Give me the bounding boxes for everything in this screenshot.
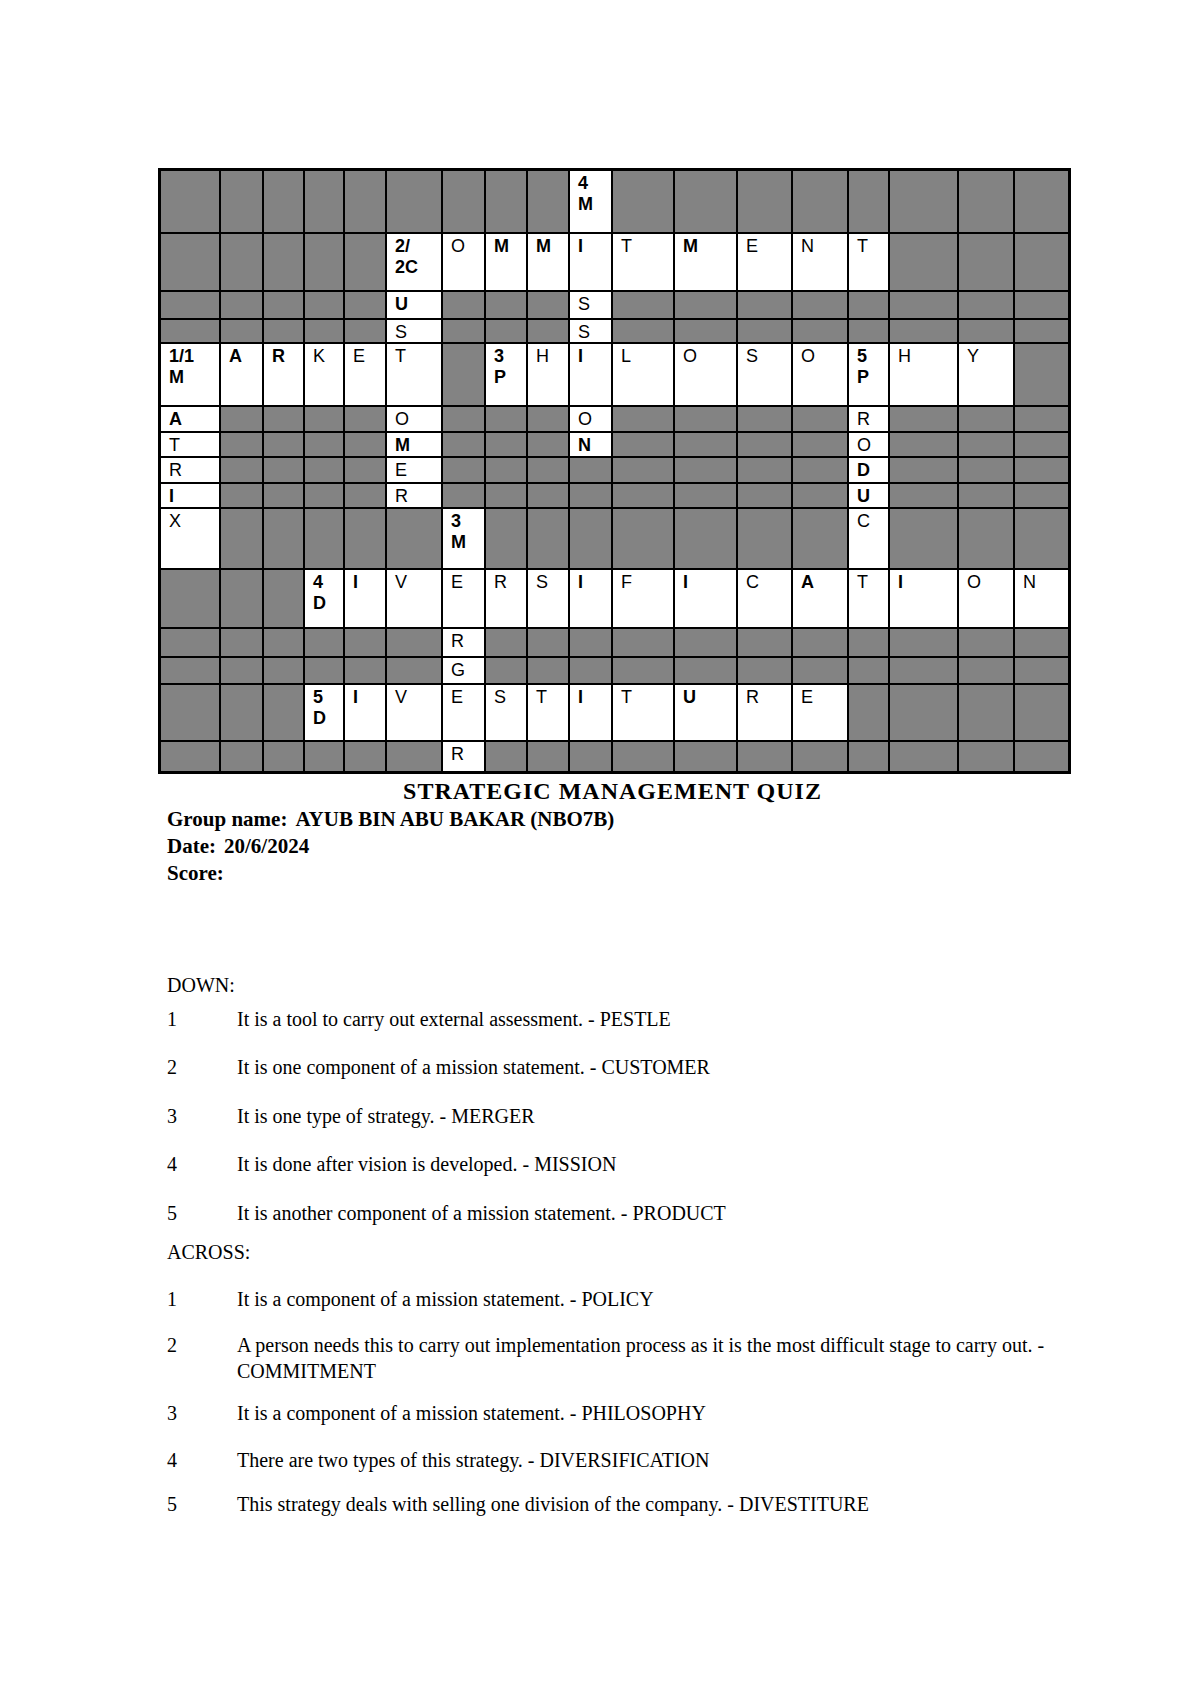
block-cell: [674, 657, 737, 684]
clue-text: It is a component of a mission statement…: [237, 1400, 1102, 1426]
down-clue-1: 1It is a tool to carry out external asse…: [167, 1006, 1102, 1032]
block-cell: [792, 170, 848, 233]
block-cell: [220, 291, 263, 319]
block-cell: [958, 170, 1014, 233]
block-cell: [958, 741, 1014, 772]
clue-text: This strategy deals with selling one div…: [237, 1491, 1102, 1517]
block-cell: [527, 291, 569, 319]
down-clue-3: 3It is one type of strategy. - MERGER: [167, 1103, 1102, 1129]
grid-cell-r8c15: D: [848, 457, 889, 483]
block-cell: [527, 741, 569, 772]
block-cell: [304, 319, 344, 343]
block-cell: [889, 291, 958, 319]
block-cell: [160, 569, 220, 628]
cell-letter: I: [169, 486, 218, 507]
grid-cell-r2c13: E: [737, 233, 792, 291]
grid-cell-r5c12: O: [674, 343, 737, 406]
block-cell: [442, 170, 485, 233]
block-cell: [674, 508, 737, 569]
across-clue-3: 3It is a component of a mission statemen…: [167, 1400, 1102, 1426]
block-cell: [1014, 508, 1069, 569]
block-cell: [527, 483, 569, 508]
cell-letter: V: [395, 572, 440, 593]
grid-cell-r11c14: A: [792, 569, 848, 628]
block-cell: [737, 628, 792, 657]
grid-cell-r14c14: E: [792, 684, 848, 741]
block-cell: [442, 432, 485, 457]
block-cell: [889, 483, 958, 508]
cell-letter: S: [578, 322, 610, 343]
cell-letter: C: [746, 572, 790, 593]
block-cell: [304, 657, 344, 684]
grid-cell-r13c7: G: [442, 657, 485, 684]
cell-letter: N: [1023, 572, 1067, 593]
cell-letter: R: [746, 687, 790, 708]
block-cell: [674, 483, 737, 508]
block-cell: [792, 741, 848, 772]
block-cell: [1014, 457, 1069, 483]
block-cell: [304, 432, 344, 457]
block-cell: [674, 628, 737, 657]
grid-cell-r11c6: V: [386, 569, 442, 628]
block-cell: [527, 508, 569, 569]
block-cell: [792, 657, 848, 684]
block-cell: [889, 233, 958, 291]
cell-letter: T: [169, 435, 218, 456]
block-cell: [485, 432, 527, 457]
cell-letter: I: [578, 687, 610, 708]
cell-letter: U: [395, 294, 440, 315]
cell-letter: S: [494, 687, 525, 708]
cell-letter: I: [578, 236, 610, 257]
group-name-label: Group name:: [167, 807, 287, 831]
cell-letter: U: [857, 486, 887, 507]
block-cell: [889, 508, 958, 569]
cell-letter: I: [898, 572, 956, 593]
grid-cell-r11c15: T: [848, 569, 889, 628]
cell-letter: A: [169, 409, 218, 430]
clue-text: It is another component of a mission sta…: [237, 1200, 1102, 1226]
block-cell: [958, 657, 1014, 684]
cell-letter: E: [801, 687, 846, 708]
grid-cell-r5c9: H: [527, 343, 569, 406]
block-cell: [220, 457, 263, 483]
grid-cell-r5c1: 1/1M: [160, 343, 220, 406]
cell-letter: H: [898, 346, 956, 367]
cell-letter: 4: [578, 173, 610, 194]
grid-cell-r14c9: T: [527, 684, 569, 741]
block-cell: [344, 406, 386, 432]
block-cell: [792, 628, 848, 657]
block-cell: [160, 319, 220, 343]
block-cell: [160, 291, 220, 319]
cell-letter: R: [451, 744, 483, 765]
block-cell: [485, 657, 527, 684]
clue-number: 4: [167, 1151, 237, 1177]
grid-cell-r4c6: S: [386, 319, 442, 343]
block-cell: [527, 628, 569, 657]
block-cell: [263, 432, 304, 457]
grid-cell-r12c7: R: [442, 628, 485, 657]
block-cell: [612, 170, 674, 233]
quiz-document-page: 4M2/2COMMITMENTUSSS1/1MARKET3PHILOSO5PHY…: [0, 0, 1200, 1696]
cell-letter: 3: [451, 511, 483, 532]
block-cell: [737, 432, 792, 457]
block-cell: [263, 457, 304, 483]
grid-cell-r5c14: O: [792, 343, 848, 406]
block-cell: [442, 343, 485, 406]
block-cell: [304, 628, 344, 657]
grid-cell-r7c10: N: [569, 432, 612, 457]
block-cell: [485, 483, 527, 508]
block-cell: [220, 170, 263, 233]
block-cell: [958, 432, 1014, 457]
grid-cell-r5c15: 5P: [848, 343, 889, 406]
grid-cell-r10c7: 3M: [442, 508, 485, 569]
block-cell: [612, 657, 674, 684]
grid-cell-r9c6: R: [386, 483, 442, 508]
grid-cell-r6c15: R: [848, 406, 889, 432]
block-cell: [485, 741, 527, 772]
grid-cell-r7c1: T: [160, 432, 220, 457]
block-cell: [442, 457, 485, 483]
cell-letter: H: [536, 346, 567, 367]
block-cell: [848, 741, 889, 772]
block-cell: [485, 291, 527, 319]
block-cell: [848, 657, 889, 684]
clue-number: 2: [167, 1054, 237, 1080]
cell-letter: O: [451, 236, 483, 257]
page-title: STRATEGIC MANAGEMENT QUIZ: [158, 778, 1067, 805]
cell-letter: M: [395, 435, 440, 456]
block-cell: [848, 319, 889, 343]
block-cell: [737, 657, 792, 684]
block-cell: [220, 657, 263, 684]
block-cell: [1014, 483, 1069, 508]
block-cell: [263, 508, 304, 569]
block-cell: [612, 432, 674, 457]
block-cell: [889, 684, 958, 741]
grid-cell-r1c10: 4M: [569, 170, 612, 233]
cell-letter: 2/: [395, 236, 440, 257]
block-cell: [263, 628, 304, 657]
block-cell: [792, 508, 848, 569]
across-clue-1: 1It is a component of a mission statemen…: [167, 1286, 1102, 1312]
block-cell: [612, 628, 674, 657]
cell-letter: S: [578, 294, 610, 315]
block-cell: [958, 628, 1014, 657]
block-cell: [220, 406, 263, 432]
block-cell: [160, 741, 220, 772]
cell-letter: 1/1: [169, 346, 218, 367]
grid-cell-r11c7: E: [442, 569, 485, 628]
block-cell: [737, 741, 792, 772]
cell-letter: 4: [313, 572, 342, 593]
grid-cell-r5c6: T: [386, 343, 442, 406]
block-cell: [527, 319, 569, 343]
across-section-label: ACROSS:: [167, 1239, 250, 1265]
block-cell: [263, 233, 304, 291]
clue-text: There are two types of this strategy. - …: [237, 1447, 1102, 1473]
grid-cell-r14c11: T: [612, 684, 674, 741]
clue-number: 5: [167, 1491, 237, 1517]
grid-cell-r5c3: R: [263, 343, 304, 406]
block-cell: [792, 319, 848, 343]
block-cell: [737, 406, 792, 432]
block-cell: [737, 483, 792, 508]
block-cell: [344, 319, 386, 343]
cell-letter: K: [313, 346, 342, 367]
grid-cell-r11c8: R: [485, 569, 527, 628]
cell-letter: T: [621, 687, 672, 708]
block-cell: [737, 170, 792, 233]
block-cell: [889, 457, 958, 483]
block-cell: [220, 432, 263, 457]
cell-letter: E: [451, 572, 483, 593]
block-cell: [958, 483, 1014, 508]
grid-cell-r2c10: I: [569, 233, 612, 291]
down-section-label: DOWN:: [167, 972, 235, 998]
cell-letter: O: [395, 409, 440, 430]
block-cell: [220, 569, 263, 628]
cell-letter: A: [801, 572, 846, 593]
date-value: 20/6/2024: [224, 834, 309, 858]
block-cell: [344, 508, 386, 569]
block-cell: [848, 291, 889, 319]
grid-cell-r2c11: T: [612, 233, 674, 291]
clue-text: It is one component of a mission stateme…: [237, 1054, 1102, 1080]
block-cell: [889, 170, 958, 233]
cell-letter: O: [857, 435, 887, 456]
block-cell: [304, 457, 344, 483]
grid-cell-r2c6: 2/2C: [386, 233, 442, 291]
grid-cell-r11c17: O: [958, 569, 1014, 628]
cell-letter: P: [494, 367, 525, 388]
grid-cell-r5c13: S: [737, 343, 792, 406]
block-cell: [485, 457, 527, 483]
block-cell: [442, 291, 485, 319]
clue-text: A person needs this to carry out impleme…: [237, 1332, 1102, 1384]
grid-cell-r11c13: C: [737, 569, 792, 628]
cell-letter: E: [395, 460, 440, 481]
block-cell: [220, 319, 263, 343]
block-cell: [612, 457, 674, 483]
clue-text: It is done after vision is developed. - …: [237, 1151, 1102, 1177]
grid-cell-r11c18: N: [1014, 569, 1069, 628]
block-cell: [1014, 233, 1069, 291]
clue-text: It is one type of strategy. - MERGER: [237, 1103, 1102, 1129]
grid-cell-r7c6: M: [386, 432, 442, 457]
block-cell: [485, 508, 527, 569]
block-cell: [569, 628, 612, 657]
block-cell: [485, 406, 527, 432]
grid-cell-r11c10: I: [569, 569, 612, 628]
block-cell: [569, 657, 612, 684]
cell-letter: M: [683, 236, 735, 257]
block-cell: [674, 457, 737, 483]
cell-letter: T: [857, 572, 887, 593]
block-cell: [674, 741, 737, 772]
grid-cell-r15c7: R: [442, 741, 485, 772]
crossword-grid: 4M2/2COMMITMENTUSSS1/1MARKET3PHILOSO5PHY…: [158, 168, 1071, 774]
block-cell: [958, 319, 1014, 343]
cell-letter: T: [621, 236, 672, 257]
block-cell: [612, 291, 674, 319]
cell-letter: F: [621, 572, 672, 593]
block-cell: [674, 170, 737, 233]
cell-letter: D: [857, 460, 887, 481]
block-cell: [792, 291, 848, 319]
block-cell: [263, 319, 304, 343]
block-cell: [674, 291, 737, 319]
cell-letter: Y: [967, 346, 1012, 367]
block-cell: [612, 741, 674, 772]
block-cell: [737, 457, 792, 483]
block-cell: [612, 483, 674, 508]
block-cell: [220, 508, 263, 569]
block-cell: [958, 233, 1014, 291]
block-cell: [344, 432, 386, 457]
across-clue-5: 5This strategy deals with selling one di…: [167, 1491, 1102, 1517]
cell-letter: R: [169, 460, 218, 481]
grid-cell-r2c14: N: [792, 233, 848, 291]
grid-cell-r3c6: U: [386, 291, 442, 319]
block-cell: [1014, 319, 1069, 343]
grid-cell-r2c9: M: [527, 233, 569, 291]
cell-letter: 5: [313, 687, 342, 708]
cell-letter: X: [169, 511, 218, 532]
score-line: Score:: [167, 860, 614, 887]
block-cell: [344, 741, 386, 772]
down-clue-2: 2It is one component of a mission statem…: [167, 1054, 1102, 1080]
cell-letter: E: [353, 346, 384, 367]
clue-number: 2: [167, 1332, 237, 1384]
clue-text: It is a component of a mission statement…: [237, 1286, 1102, 1312]
grid-cell-r5c11: L: [612, 343, 674, 406]
block-cell: [485, 170, 527, 233]
clue-number: 4: [167, 1447, 237, 1473]
grid-cell-r5c2: A: [220, 343, 263, 406]
cell-letter: R: [451, 631, 483, 652]
cell-letter: E: [451, 687, 483, 708]
block-cell: [848, 628, 889, 657]
group-name-value: AYUB BIN ABU BAKAR (NBO7B): [295, 807, 614, 831]
grid-cell-r14c6: V: [386, 684, 442, 741]
block-cell: [263, 483, 304, 508]
down-clue-5: 5It is another component of a mission st…: [167, 1200, 1102, 1226]
block-cell: [304, 741, 344, 772]
block-cell: [160, 170, 220, 233]
block-cell: [263, 406, 304, 432]
block-cell: [1014, 291, 1069, 319]
score-label: Score:: [167, 861, 224, 885]
block-cell: [569, 508, 612, 569]
block-cell: [344, 628, 386, 657]
grid-cell-r7c15: O: [848, 432, 889, 457]
block-cell: [527, 657, 569, 684]
grid-cell-r5c10: I: [569, 343, 612, 406]
block-cell: [1014, 170, 1069, 233]
cell-letter: I: [578, 346, 610, 367]
block-cell: [569, 457, 612, 483]
cell-letter: O: [683, 346, 735, 367]
block-cell: [792, 406, 848, 432]
block-cell: [263, 684, 304, 741]
down-clue-4: 4It is done after vision is developed. -…: [167, 1151, 1102, 1177]
block-cell: [442, 406, 485, 432]
grid-cell-r11c11: F: [612, 569, 674, 628]
block-cell: [527, 432, 569, 457]
grid-cell-r8c1: R: [160, 457, 220, 483]
block-cell: [220, 684, 263, 741]
cell-letter: O: [578, 409, 610, 430]
block-cell: [569, 741, 612, 772]
cell-letter: 5: [857, 346, 887, 367]
block-cell: [889, 657, 958, 684]
block-cell: [792, 457, 848, 483]
block-cell: [792, 432, 848, 457]
grid-cell-r2c12: M: [674, 233, 737, 291]
block-cell: [344, 291, 386, 319]
block-cell: [344, 657, 386, 684]
block-cell: [612, 319, 674, 343]
block-cell: [674, 406, 737, 432]
grid-cell-r14c12: U: [674, 684, 737, 741]
grid-cell-r14c8: S: [485, 684, 527, 741]
clue-number: 3: [167, 1103, 237, 1129]
cell-letter: T: [857, 236, 887, 257]
cell-letter: L: [621, 346, 672, 367]
block-cell: [220, 483, 263, 508]
block-cell: [889, 741, 958, 772]
cell-letter: N: [578, 435, 610, 456]
cell-letter: N: [801, 236, 846, 257]
grid-cell-r5c17: Y: [958, 343, 1014, 406]
block-cell: [958, 406, 1014, 432]
block-cell: [889, 406, 958, 432]
cell-letter: E: [746, 236, 790, 257]
block-cell: [386, 628, 442, 657]
clue-number: 5: [167, 1200, 237, 1226]
across-clue-2: 2A person needs this to carry out implem…: [167, 1332, 1102, 1384]
grid-cell-r8c6: E: [386, 457, 442, 483]
grid-cell-r14c4: 5D: [304, 684, 344, 741]
cell-letter: 3: [494, 346, 525, 367]
grid-cell-r11c4: 4D: [304, 569, 344, 628]
clue-number: 1: [167, 1006, 237, 1032]
cell-letter: R: [494, 572, 525, 593]
grid-cell-r10c15: C: [848, 508, 889, 569]
block-cell: [442, 319, 485, 343]
block-cell: [674, 432, 737, 457]
cell-letter: M: [494, 236, 525, 257]
block-cell: [344, 233, 386, 291]
block-cell: [304, 170, 344, 233]
date-label: Date:: [167, 834, 216, 858]
cell-letter: I: [683, 572, 735, 593]
grid-cell-r5c4: K: [304, 343, 344, 406]
block-cell: [889, 319, 958, 343]
block-cell: [674, 319, 737, 343]
block-cell: [1014, 684, 1069, 741]
grid-cell-r10c1: X: [160, 508, 220, 569]
block-cell: [1014, 628, 1069, 657]
date-line: Date:20/6/2024: [167, 833, 614, 860]
block-cell: [386, 170, 442, 233]
block-cell: [848, 684, 889, 741]
block-cell: [1014, 406, 1069, 432]
block-cell: [737, 508, 792, 569]
